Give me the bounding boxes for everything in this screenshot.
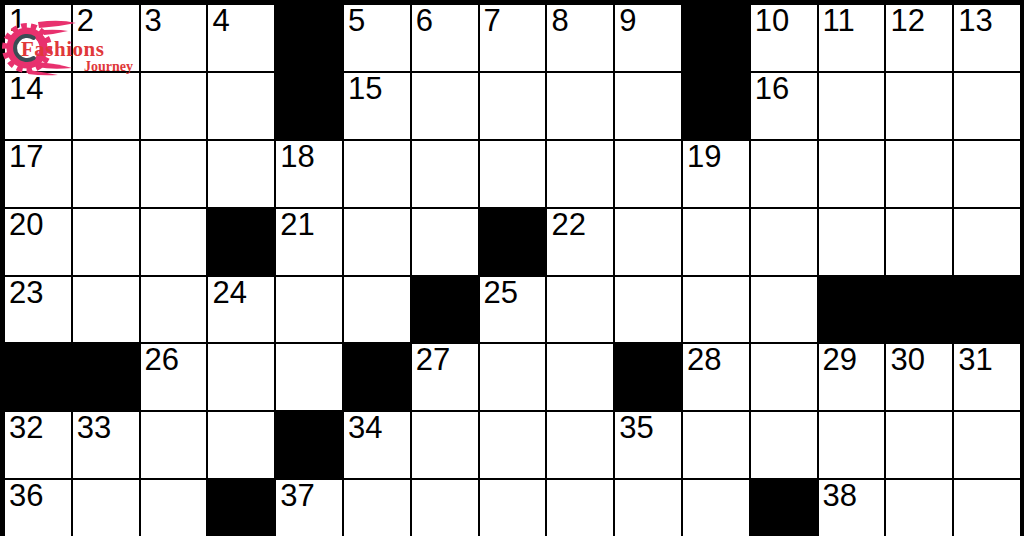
grid-cell[interactable] [885,140,953,208]
grid-cell[interactable]: 17 [4,140,72,208]
blocked-cell [72,343,140,411]
grid-cell[interactable] [479,479,547,536]
blocked-cell [818,276,886,344]
grid-cell[interactable] [207,411,275,479]
blocked-cell [682,72,750,140]
grid-cell[interactable] [140,479,208,536]
grid-cell[interactable]: 32 [4,411,72,479]
grid-cell[interactable] [140,140,208,208]
blocked-cell [885,276,953,344]
grid-cell[interactable] [546,343,614,411]
blocked-cell [275,411,343,479]
grid-cell[interactable] [614,479,682,536]
clue-number: 9 [619,5,636,38]
grid-cell[interactable]: 38 [818,479,886,536]
grid-cell[interactable] [818,140,886,208]
blocked-cell [275,72,343,140]
grid-cell[interactable]: 10 [750,4,818,72]
grid-cell[interactable]: 6 [411,4,479,72]
fashions-journey-logo: Fashions Journey [0,4,150,84]
clue-number: 16 [755,73,789,106]
blocked-cell [207,479,275,536]
grid-cell[interactable]: 12 [885,4,953,72]
grid-cell[interactable]: 37 [275,479,343,536]
grid-cell[interactable] [343,479,411,536]
grid-cell[interactable] [682,411,750,479]
clue-number: 20 [9,209,43,242]
grid-cell[interactable] [614,72,682,140]
clue-number: 27 [416,344,450,377]
grid-cell[interactable] [140,411,208,479]
grid-cell[interactable]: 9 [614,4,682,72]
grid-cell[interactable] [682,479,750,536]
blocked-cell [953,276,1021,344]
grid-cell[interactable]: 21 [275,208,343,276]
clue-number: 11 [823,5,855,38]
grid-cell[interactable] [479,411,547,479]
grid-cell[interactable] [411,72,479,140]
grid-cell[interactable] [885,411,953,479]
grid-cell[interactable] [614,276,682,344]
grid-cell[interactable] [546,411,614,479]
grid-cell[interactable] [546,479,614,536]
clue-number: 6 [416,5,433,38]
grid-cell[interactable]: 36 [4,479,72,536]
blocked-cell [275,4,343,72]
grid-cell[interactable]: 8 [546,4,614,72]
crossword-grid: 1234567891011121314151617181920212223242… [0,0,1024,536]
grid-cell[interactable]: 27 [411,343,479,411]
grid-cell[interactable] [953,479,1021,536]
clue-number: 37 [280,480,314,513]
grid-cell[interactable]: 15 [343,72,411,140]
blocked-cell [479,208,547,276]
grid-cell[interactable] [140,276,208,344]
grid-cell[interactable] [72,208,140,276]
blocked-cell [614,343,682,411]
grid-cell[interactable] [343,140,411,208]
grid-cell[interactable] [275,276,343,344]
clue-number: 18 [280,141,314,174]
clue-number: 15 [348,73,382,106]
grid-cell[interactable]: 11 [818,4,886,72]
logo-tagline-text: Journey [84,59,133,74]
clue-number: 32 [9,412,43,445]
grid-cell[interactable]: 33 [72,411,140,479]
blocked-cell [207,208,275,276]
clue-number: 7 [484,5,501,38]
blocked-cell [4,343,72,411]
clue-number: 29 [823,344,857,377]
clue-number: 4 [212,5,229,38]
clue-number: 38 [823,480,857,513]
grid-cell[interactable] [140,208,208,276]
grid-cell[interactable] [614,140,682,208]
grid-cell[interactable] [682,208,750,276]
grid-cell[interactable] [885,72,953,140]
clue-number: 35 [619,412,653,445]
grid-cell[interactable]: 31 [953,343,1021,411]
clue-number: 31 [958,344,992,377]
grid-cell[interactable] [750,343,818,411]
grid-cell[interactable] [72,479,140,536]
clue-number: 33 [77,412,111,445]
grid-cell[interactable]: 16 [750,72,818,140]
grid-cell[interactable] [953,208,1021,276]
grid-cell[interactable]: 4 [207,4,275,72]
grid-cell[interactable]: 24 [207,276,275,344]
grid-cell[interactable] [818,411,886,479]
grid-cell[interactable] [343,276,411,344]
grid-cell[interactable] [818,72,886,140]
clue-number: 13 [958,5,992,38]
grid-cell[interactable] [750,208,818,276]
blocked-cell [682,4,750,72]
clue-number: 34 [348,412,382,445]
blocked-cell [750,479,818,536]
blocked-cell [343,343,411,411]
clue-number: 36 [9,480,43,513]
grid-cell[interactable] [411,411,479,479]
grid-cell[interactable] [750,140,818,208]
clue-number: 19 [687,141,721,174]
crossword-board: 1234567891011121314151617181920212223242… [0,0,1024,536]
grid-cell[interactable] [207,343,275,411]
grid-cell[interactable]: 26 [140,343,208,411]
grid-cell[interactable]: 29 [818,343,886,411]
grid-cell[interactable]: 19 [682,140,750,208]
grid-cell[interactable] [411,140,479,208]
clue-number: 28 [687,344,721,377]
grid-cell[interactable] [411,479,479,536]
grid-cell[interactable] [546,140,614,208]
clue-number: 23 [9,277,43,310]
grid-cell[interactable] [953,411,1021,479]
clue-number: 8 [551,5,568,38]
grid-cell[interactable] [750,276,818,344]
grid-cell[interactable]: 22 [546,208,614,276]
clue-number: 25 [484,277,518,310]
grid-cell[interactable] [72,140,140,208]
clue-number: 26 [145,344,179,377]
grid-cell[interactable]: 25 [479,276,547,344]
clue-number: 24 [212,277,246,310]
grid-cell[interactable]: 35 [614,411,682,479]
grid-cell[interactable] [207,72,275,140]
grid-cell[interactable] [614,208,682,276]
grid-cell[interactable]: 18 [275,140,343,208]
grid-cell[interactable] [72,276,140,344]
grid-cell[interactable] [953,72,1021,140]
clue-number: 12 [890,5,924,38]
grid-cell[interactable] [818,208,886,276]
clue-number: 21 [280,209,314,242]
grid-cell[interactable] [546,276,614,344]
grid-cell[interactable]: 5 [343,4,411,72]
grid-cell[interactable] [479,72,547,140]
blocked-cell [411,276,479,344]
clue-number: 22 [551,209,585,242]
grid-cell[interactable]: 7 [479,4,547,72]
grid-cell[interactable] [479,140,547,208]
grid-cell[interactable] [479,343,547,411]
grid-cell[interactable] [953,140,1021,208]
grid-cell[interactable]: 20 [4,208,72,276]
grid-cell[interactable]: 28 [682,343,750,411]
clue-number: 17 [9,141,43,174]
grid-cell[interactable]: 13 [953,4,1021,72]
grid-cell[interactable] [411,208,479,276]
grid-cell[interactable]: 30 [885,343,953,411]
clue-number: 5 [348,5,365,38]
grid-cell[interactable] [207,140,275,208]
grid-cell[interactable] [885,208,953,276]
logo-brand-text: Fashions [21,37,104,61]
clue-number: 30 [890,344,924,377]
clue-number: 10 [755,5,789,38]
grid-cell[interactable] [885,479,953,536]
grid-cell[interactable]: 34 [343,411,411,479]
grid-cell[interactable] [546,72,614,140]
grid-cell[interactable] [750,411,818,479]
grid-cell[interactable] [682,276,750,344]
grid-cell[interactable] [275,343,343,411]
grid-cell[interactable] [343,208,411,276]
grid-cell[interactable]: 23 [4,276,72,344]
